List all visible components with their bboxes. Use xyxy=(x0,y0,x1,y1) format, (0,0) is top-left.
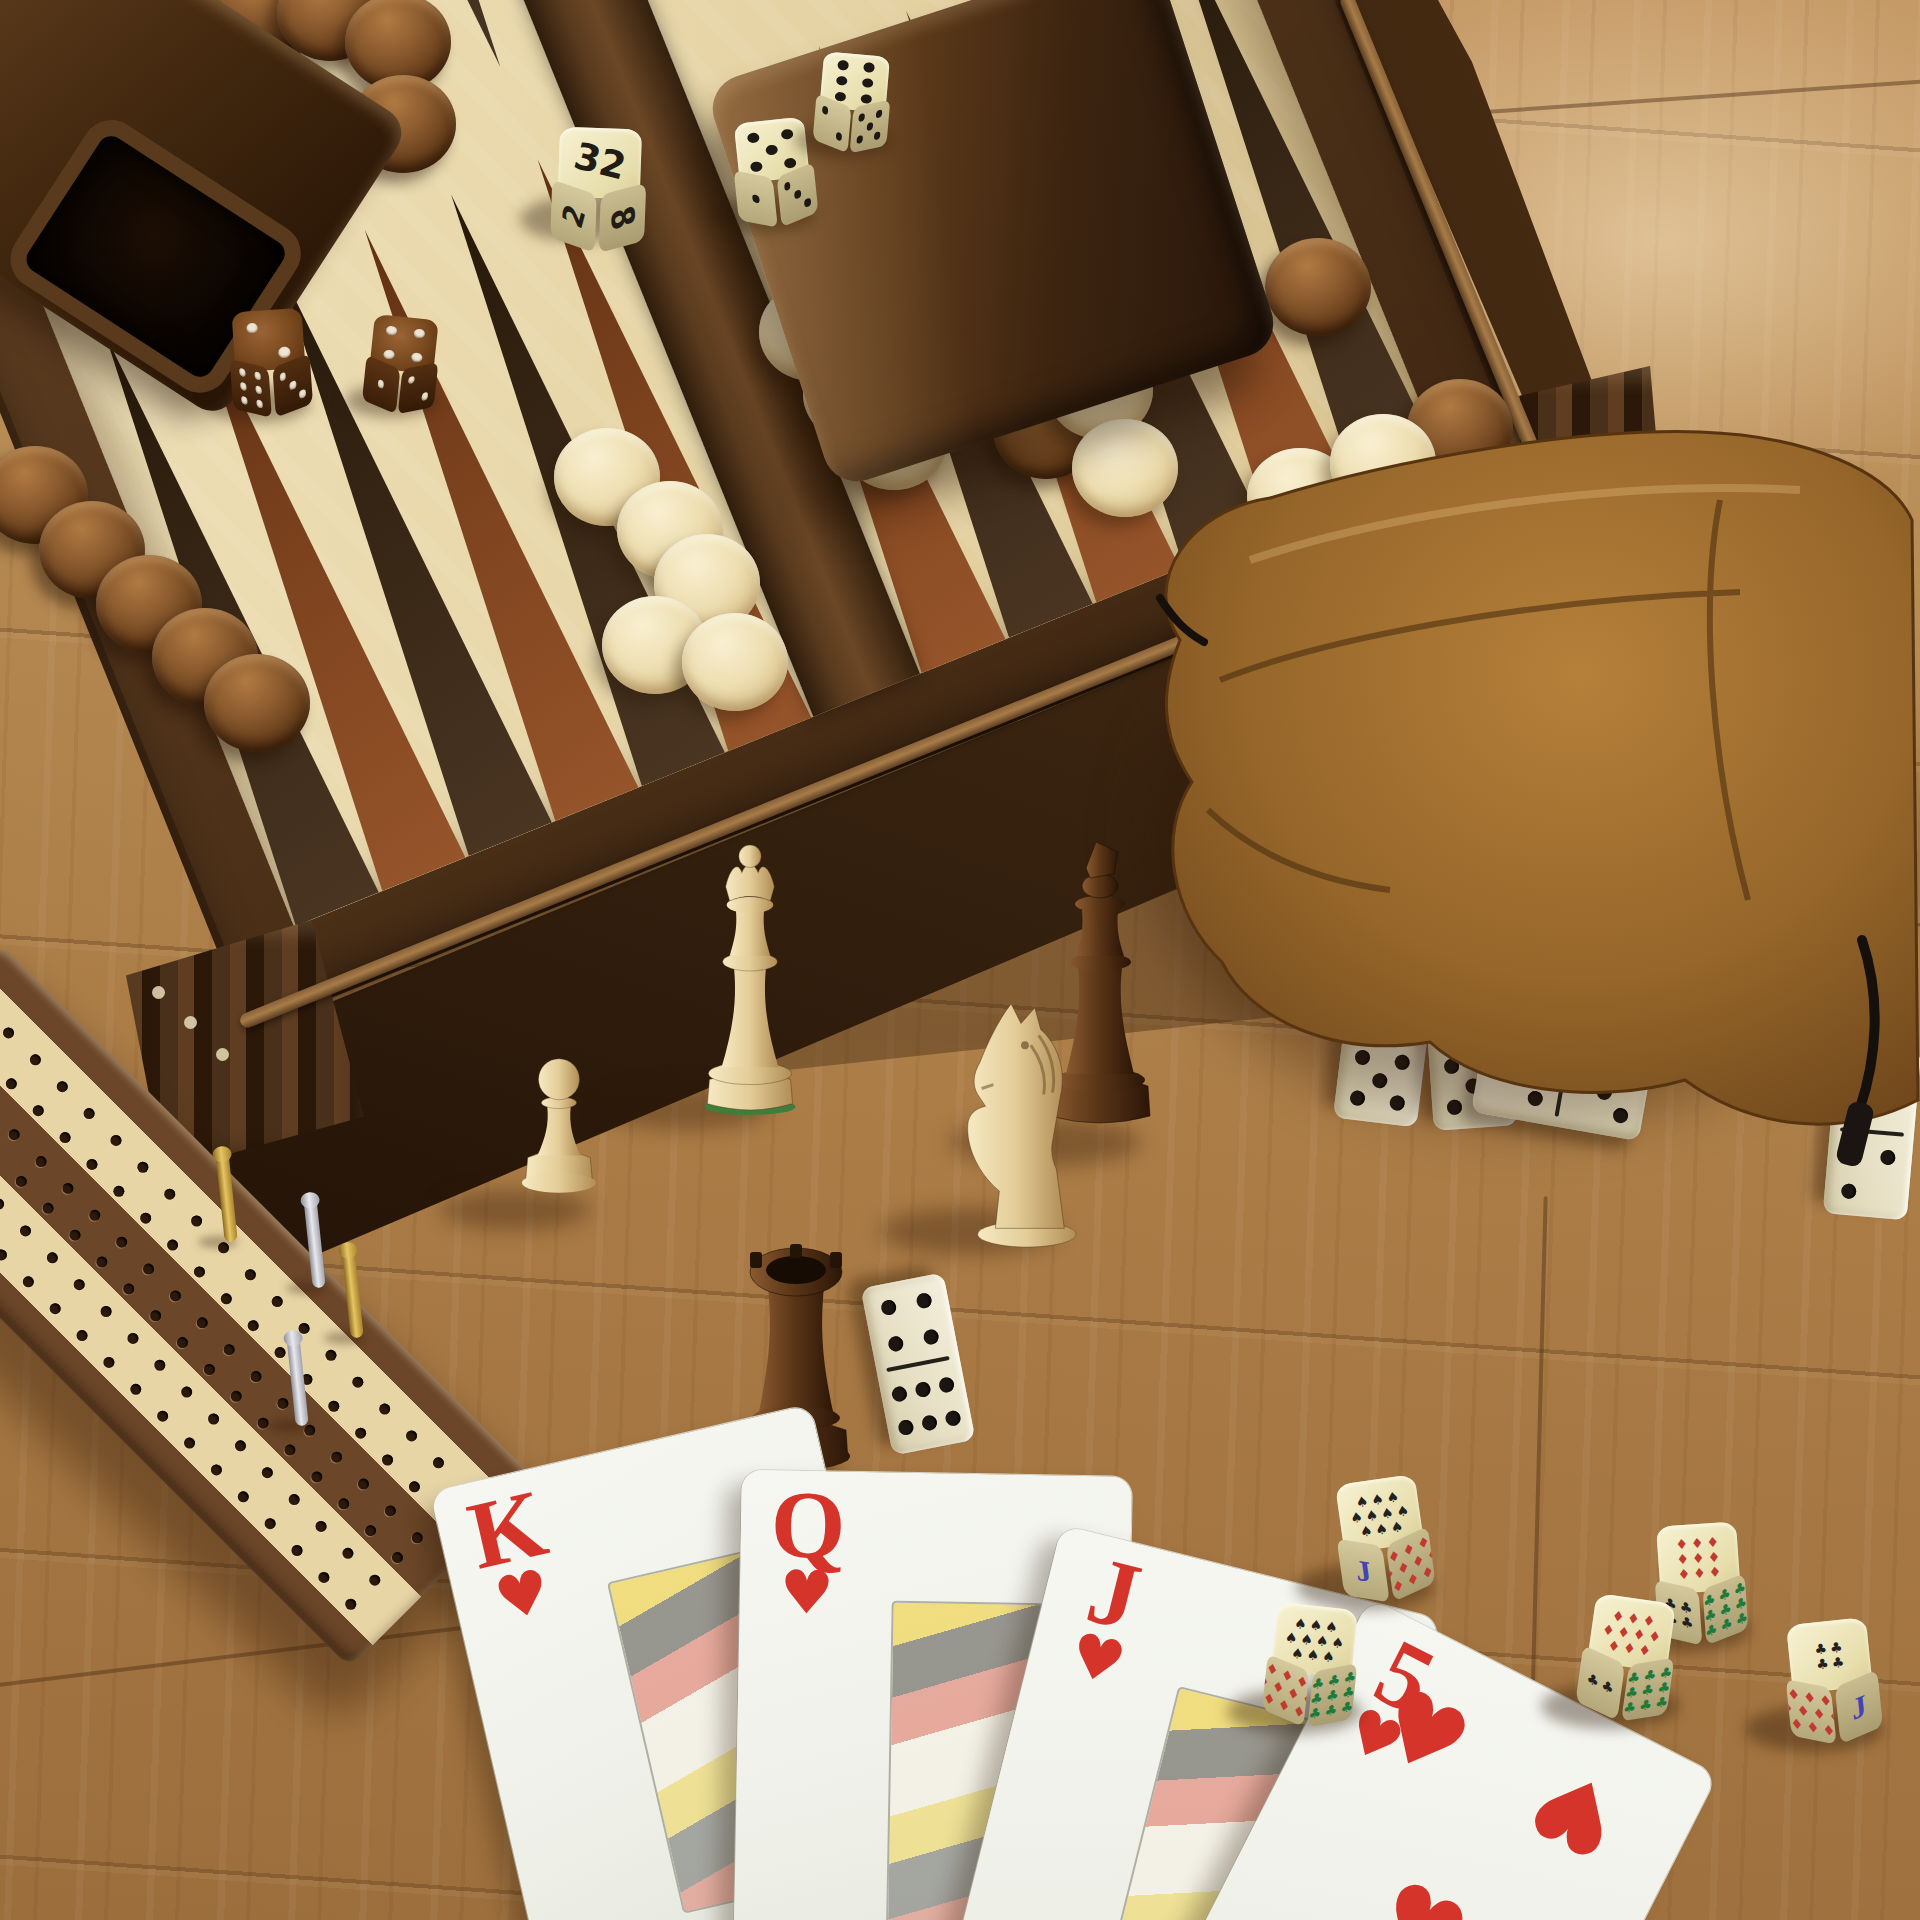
cribbage-hole xyxy=(128,1382,144,1398)
domino-pip xyxy=(944,1409,962,1427)
cribbage-hole xyxy=(194,1315,210,1331)
suit-glyph: ♦ xyxy=(1622,1640,1636,1656)
cribbage-hole xyxy=(313,1519,329,1535)
die-pip xyxy=(246,323,259,334)
chess-knight-white[interactable] xyxy=(942,994,1100,1250)
suit-glyph: ♠ xyxy=(1355,1493,1369,1509)
suit-glyph: ♣ xyxy=(1829,1640,1843,1655)
suit-glyph: ♦ xyxy=(1262,1689,1276,1708)
die-pip xyxy=(863,62,875,72)
suit-glyph: ♦ xyxy=(1642,1612,1656,1628)
cribbage-hole xyxy=(67,1227,83,1243)
die-pip xyxy=(240,382,247,392)
suit-glyph: ♣ xyxy=(1340,1699,1354,1715)
glyph-row: J xyxy=(1836,1683,1882,1731)
suit-glyph: J xyxy=(1850,1689,1868,1725)
suit-glyph: ♦ xyxy=(1676,1552,1690,1567)
cribbage-hole xyxy=(329,1449,345,1465)
cribbage-hole xyxy=(289,1543,305,1559)
card-index: K♥ xyxy=(456,1477,571,1632)
suit-glyph: ♠ xyxy=(1306,1648,1320,1663)
die-pip xyxy=(765,145,778,156)
suit-glyph: ♣ xyxy=(1680,1613,1694,1630)
suit-glyph: ♠ xyxy=(1321,1649,1335,1664)
cribbage-hole xyxy=(380,1452,396,1468)
die-pip xyxy=(867,122,874,131)
suit-glyph: ♦ xyxy=(1617,1624,1631,1640)
die-pip xyxy=(411,353,423,363)
cribbage-hole xyxy=(431,1455,447,1471)
domino-pip xyxy=(891,1385,909,1403)
suit-glyph: ♠ xyxy=(1380,1505,1394,1521)
cribbage-hole xyxy=(189,1213,205,1229)
cribbage-hole xyxy=(30,1103,46,1119)
cribbage-hole xyxy=(377,1401,393,1417)
cribbage-hole xyxy=(81,1106,97,1122)
chess-pawn-white[interactable] xyxy=(500,1048,618,1220)
cribbage-hole xyxy=(221,1342,237,1358)
suit-glyph: J xyxy=(1353,1554,1373,1586)
poker-die[interactable]: ♦♦♦♦♦♦♦♦♦♦♣♣♣♣♣♣♣♣♣♣♣ xyxy=(1574,1592,1682,1723)
die-pip xyxy=(408,376,415,385)
suit-glyph: ♣ xyxy=(1720,1615,1733,1634)
suit-glyph: ♠ xyxy=(1325,1619,1339,1634)
cribbage-hole xyxy=(141,1261,157,1277)
die-pip xyxy=(241,396,248,406)
domino-pip xyxy=(897,1418,915,1436)
die-pip xyxy=(256,399,263,409)
suit-glyph: ♦ xyxy=(1607,1638,1621,1654)
cribbage-hole xyxy=(33,1154,49,1170)
cribbage-hole xyxy=(125,1331,141,1347)
cribbage-hole xyxy=(245,1318,261,1334)
cribbage-hole xyxy=(47,1301,63,1317)
cribbage-hole xyxy=(57,1130,73,1146)
suit-glyph: ♣ xyxy=(1705,1621,1718,1640)
doubling-cube-right-face: 8 xyxy=(599,183,647,253)
die-pip xyxy=(784,158,797,169)
cribbage-hole xyxy=(407,1479,423,1495)
domino-pip xyxy=(887,1335,905,1353)
cribbage-hole xyxy=(135,1159,151,1175)
cribbage-hole xyxy=(98,1304,114,1320)
cribbage-hole xyxy=(13,1174,29,1190)
backgammon-checker-brown[interactable] xyxy=(1265,238,1371,336)
cribbage-hole xyxy=(0,1147,2,1163)
cribbage-hole xyxy=(28,1052,44,1068)
game-set-photo: 32 2 8 xyxy=(0,0,1920,1920)
cribbage-hole xyxy=(175,1335,191,1351)
die-pip xyxy=(279,372,286,383)
cribbage-hole xyxy=(218,1291,234,1307)
cribbage-hole xyxy=(409,1530,425,1546)
cribbage-hole xyxy=(60,1181,76,1197)
cribbage-hole xyxy=(1,1025,17,1041)
suit-glyph: ♦ xyxy=(1277,1696,1291,1715)
die-face xyxy=(850,100,890,154)
die-pip xyxy=(874,131,881,140)
cribbage-hole xyxy=(138,1210,154,1226)
suit-glyph: ♠ xyxy=(1349,1509,1363,1525)
cribbage-hole xyxy=(168,1288,184,1304)
backgammon-die-brown[interactable] xyxy=(226,308,313,417)
cribbage-hole xyxy=(74,1328,90,1344)
cribbage-hole xyxy=(108,1133,124,1149)
die-pip xyxy=(299,389,306,400)
cribbage-hole xyxy=(390,1550,406,1566)
cribbage-hole xyxy=(336,1496,352,1512)
cribbage-hole xyxy=(255,1415,271,1431)
card-heart-pip: ♥ xyxy=(1357,1858,1485,1920)
suit-glyph: ♦ xyxy=(1292,1702,1306,1721)
cribbage-hole xyxy=(162,1186,178,1202)
cribbage-hole xyxy=(54,1079,70,1095)
cribbage-hole xyxy=(114,1234,130,1250)
cribbage-hole xyxy=(45,1250,61,1266)
cribbage-hole xyxy=(71,1277,87,1293)
die-pip xyxy=(835,132,842,142)
suit-glyph: ♠ xyxy=(1291,1646,1305,1661)
suit-glyph: ♣ xyxy=(1601,1677,1615,1696)
die-pip xyxy=(837,60,849,70)
suit-glyph: ♦ xyxy=(1611,1608,1625,1624)
suit-glyph: ♦ xyxy=(1706,1535,1720,1550)
cribbage-hole xyxy=(84,1157,100,1173)
suit-glyph: ♠ xyxy=(1386,1489,1400,1505)
cribbage-hole xyxy=(356,1476,372,1492)
die-face xyxy=(398,363,438,415)
cribbage-hole xyxy=(94,1254,110,1270)
cribbage-hole xyxy=(269,1294,285,1310)
suit-glyph: ♦ xyxy=(1707,1550,1721,1565)
die-pip xyxy=(860,94,872,104)
cribbage-hole xyxy=(4,1076,20,1092)
die-pip xyxy=(747,132,760,143)
backgammon-die-ivory[interactable] xyxy=(812,51,894,153)
suit-glyph: ♦ xyxy=(1822,1722,1836,1738)
cribbage-hole xyxy=(275,1396,291,1412)
doubling-cube-value: 2 xyxy=(555,198,591,234)
cribbage-hole xyxy=(282,1442,298,1458)
cribbage-hole xyxy=(6,1127,22,1143)
suit-glyph: ♣ xyxy=(1814,1642,1828,1657)
cribbage-hole xyxy=(152,1357,168,1373)
suit-glyph: ♦ xyxy=(1693,1566,1707,1581)
cribbage-hole xyxy=(192,1264,208,1280)
suit-glyph: ♦ xyxy=(1626,1610,1640,1626)
suit-glyph: ♣ xyxy=(1654,1694,1669,1710)
suit-glyph: ♦ xyxy=(1638,1642,1652,1658)
cribbage-hole xyxy=(286,1492,302,1508)
backgammon-die-brown[interactable] xyxy=(361,314,442,415)
doubling-cube-value: 32 xyxy=(570,134,630,188)
suit-glyph: ♦ xyxy=(1806,1718,1820,1734)
cribbage-hole xyxy=(340,1546,356,1562)
cribbage-hole xyxy=(248,1369,264,1385)
card-heart-pip: ♥ xyxy=(1512,1743,1640,1882)
suit-glyph: ♣ xyxy=(1308,1705,1322,1721)
die-pip xyxy=(239,368,246,378)
suit-glyph: ♣ xyxy=(1831,1655,1845,1670)
cribbage-hole xyxy=(18,1223,34,1239)
die-pip xyxy=(383,350,395,360)
cribbage-hole xyxy=(259,1465,275,1481)
die-pip xyxy=(836,76,848,86)
suit-glyph: ♦ xyxy=(1692,1551,1706,1566)
suit-glyph: ♠ xyxy=(1390,1519,1404,1535)
cribbage-hole xyxy=(383,1503,399,1519)
suit-glyph: ♦ xyxy=(1421,1562,1435,1581)
domino-pip xyxy=(1840,1183,1856,1199)
die-pip xyxy=(413,329,425,339)
cribbage-hole xyxy=(262,1516,278,1532)
die-pip xyxy=(750,161,763,172)
die-pip xyxy=(289,380,296,391)
die-pip xyxy=(254,372,261,382)
cribbage-hole xyxy=(228,1389,244,1405)
cribbage-hole xyxy=(209,1462,225,1478)
cribbage-hole xyxy=(0,1196,6,1212)
cribbage-hole xyxy=(182,1435,198,1451)
suit-glyph: ♦ xyxy=(1406,1569,1420,1588)
suit-glyph: ♦ xyxy=(1675,1537,1689,1552)
card-suit-heart: ♥ xyxy=(475,1559,571,1632)
die-pip xyxy=(422,392,429,401)
doubling-cube[interactable]: 32 2 8 xyxy=(550,126,648,249)
suit-glyph: ♦ xyxy=(1790,1715,1804,1731)
suit-glyph: ♦ xyxy=(1708,1565,1722,1580)
die-pip xyxy=(784,181,791,192)
suit-glyph: ♣ xyxy=(1815,1656,1829,1671)
cribbage-hole xyxy=(155,1408,171,1424)
die-pip xyxy=(752,195,760,205)
suit-glyph: ♠ xyxy=(1359,1523,1373,1539)
poker-die[interactable]: ♠♠♠♠♠♠♠♠♠♠J♦♦♦♦♦♦♦♦♦♦ xyxy=(1329,1473,1437,1604)
suit-glyph: ♣ xyxy=(1735,1609,1748,1628)
die-pip xyxy=(862,78,874,88)
cribbage-hole xyxy=(404,1428,420,1444)
suit-glyph: ♣ xyxy=(1622,1699,1637,1715)
suit-glyph: ♦ xyxy=(1601,1622,1615,1638)
poker-die[interactable]: ♠♠♠♠♠♠♠♠♠♠♦♦♦♦♦♦♦♦♦♦♣♣♣♣♣♣♣♣♣ xyxy=(1261,1602,1363,1728)
card-index: J♥ xyxy=(1049,1541,1166,1697)
suit-glyph: ♠ xyxy=(1331,1635,1345,1650)
suit-glyph: ♠ xyxy=(1294,1616,1308,1631)
suit-glyph: ♠ xyxy=(1365,1507,1379,1523)
glyph-row: J xyxy=(1338,1552,1388,1589)
domino-pip xyxy=(923,1328,941,1346)
cribbage-hole xyxy=(343,1596,359,1612)
backgammon-checker-brown[interactable] xyxy=(204,654,310,752)
cribbage-hole xyxy=(202,1362,218,1378)
cribbage-hole xyxy=(350,1374,366,1390)
card-index: Q♥ xyxy=(763,1480,851,1621)
suit-glyph: ♣ xyxy=(1324,1702,1338,1718)
cribbage-hole xyxy=(165,1237,181,1253)
domino-pip xyxy=(914,1380,932,1398)
glyph-row: ♣♣ xyxy=(1578,1666,1622,1699)
die-pip xyxy=(804,198,811,209)
cribbage-hole xyxy=(20,1274,36,1290)
die-pip xyxy=(781,129,794,140)
suit-glyph: ♠ xyxy=(1300,1632,1314,1647)
suit-glyph: ♣ xyxy=(1586,1670,1600,1689)
chess-queen-white[interactable] xyxy=(688,840,812,1116)
cribbage-hole xyxy=(87,1208,103,1224)
cribbage-hole xyxy=(40,1200,56,1216)
cribbage-hole xyxy=(272,1345,288,1361)
cribbage-hole xyxy=(0,1247,9,1263)
die-pip xyxy=(378,380,384,390)
cribbage-hole xyxy=(235,1489,251,1505)
suit-glyph: ♠ xyxy=(1370,1491,1384,1507)
die-pip xyxy=(794,189,801,200)
die-pip xyxy=(876,109,883,118)
suit-glyph: ♣ xyxy=(1638,1696,1653,1712)
suit-glyph: ♠ xyxy=(1395,1503,1409,1519)
cribbage-hole xyxy=(243,1267,259,1283)
suit-glyph: ♦ xyxy=(1391,1576,1405,1595)
die-pip xyxy=(386,326,398,336)
domino-pip xyxy=(921,1414,939,1432)
cribbage-hole xyxy=(111,1184,127,1200)
die-pip xyxy=(834,91,846,101)
die-pip xyxy=(857,135,864,144)
domino-pip xyxy=(937,1376,955,1394)
suit-glyph: ♦ xyxy=(1677,1567,1691,1582)
cribbage-hole xyxy=(309,1469,325,1485)
suit-glyph: ♠ xyxy=(1309,1618,1323,1633)
cribbage-hole xyxy=(101,1355,117,1371)
cribbage-hole xyxy=(148,1308,164,1324)
suit-glyph: ♠ xyxy=(1374,1521,1388,1537)
cribbage-hole xyxy=(121,1281,137,1297)
cribbage-hole xyxy=(367,1572,383,1588)
suit-glyph: ♦ xyxy=(1647,1628,1661,1644)
card-suit-heart: ♥ xyxy=(1049,1622,1146,1696)
cribbage-hole xyxy=(233,1438,249,1454)
cribbage-hole xyxy=(323,1348,339,1364)
suit-glyph: ♦ xyxy=(1632,1626,1646,1642)
domino-pip xyxy=(879,1299,897,1317)
cribbage-hole xyxy=(206,1411,222,1427)
cribbage-hole xyxy=(326,1398,342,1414)
cribbage-hole xyxy=(353,1425,369,1441)
doubling-cube-value: 8 xyxy=(604,200,642,234)
die-pip xyxy=(859,113,866,122)
suit-glyph: ♦ xyxy=(1690,1536,1704,1551)
cribbage-hole xyxy=(179,1384,195,1400)
suit-glyph: ♠ xyxy=(1315,1633,1329,1648)
die-pip xyxy=(255,386,262,396)
backgammon-checker-cream[interactable] xyxy=(682,613,788,711)
suit-glyph: ♠ xyxy=(1284,1630,1298,1645)
die-pip xyxy=(822,105,829,115)
poker-die[interactable]: ♣♣♣♣♦♦♦♦♦♦♦♦♦♦J xyxy=(1780,1616,1884,1745)
domino-pouch[interactable] xyxy=(1100,380,1920,1180)
cribbage-hole xyxy=(363,1523,379,1539)
die-pip xyxy=(279,347,292,358)
domino-divider xyxy=(886,1356,950,1372)
domino-pip xyxy=(916,1292,934,1310)
cribbage-hole xyxy=(316,1570,332,1586)
